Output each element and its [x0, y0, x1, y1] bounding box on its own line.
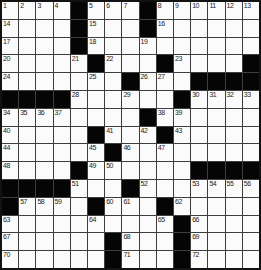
white-cell-r6c12[interactable]: 30 [191, 91, 207, 108]
white-cell-r9c8[interactable]: 46 [122, 144, 138, 161]
white-cell-r1c6[interactable]: 5 [88, 2, 104, 19]
clue-number: 7 [123, 2, 126, 10]
white-cell-r6c8[interactable]: 29 [122, 91, 138, 108]
clue-number: 43 [175, 127, 182, 135]
white-cell-r12c7[interactable]: 60 [105, 198, 121, 215]
clue-number: 25 [89, 73, 96, 81]
white-cell-r2c14[interactable] [226, 20, 242, 37]
black-cell-r9c7 [105, 144, 121, 161]
black-cell-r10c12 [191, 162, 207, 179]
white-cell-r4c7[interactable]: 22 [105, 55, 121, 72]
white-cell-r13c3[interactable] [36, 216, 52, 233]
white-cell-r8c9[interactable]: 42 [140, 127, 156, 144]
white-cell-r4c8[interactable] [122, 55, 138, 72]
clue-number: 48 [3, 162, 10, 170]
clue-number: 10 [192, 2, 199, 10]
clue-number: 46 [123, 144, 130, 152]
white-cell-r14c13[interactable] [208, 233, 224, 250]
white-cell-r13c2[interactable] [19, 216, 35, 233]
white-cell-r6c10[interactable] [157, 91, 173, 108]
clue-number: 26 [141, 73, 148, 81]
white-cell-r10c11[interactable] [174, 162, 190, 179]
white-cell-r11c14[interactable]: 55 [226, 180, 242, 197]
white-cell-r13c4[interactable] [54, 216, 70, 233]
white-cell-r9c9[interactable] [140, 144, 156, 161]
white-cell-r13c15[interactable] [243, 216, 259, 233]
white-cell-r8c11[interactable]: 43 [174, 127, 190, 144]
white-cell-r15c14[interactable] [226, 251, 242, 268]
white-cell-r4c4[interactable] [54, 55, 70, 72]
white-cell-r1c8[interactable]: 7 [122, 2, 138, 19]
clue-number: 30 [192, 91, 199, 99]
clue-number: 16 [158, 20, 165, 28]
white-cell-r7c2[interactable]: 35 [19, 109, 35, 126]
black-cell-r6c3 [36, 91, 52, 108]
white-cell-r9c5[interactable] [71, 144, 87, 161]
white-cell-r11c6[interactable] [88, 180, 104, 197]
clue-number: 19 [141, 38, 148, 46]
white-cell-r3c4[interactable] [54, 38, 70, 55]
clue-number: 11 [209, 2, 215, 10]
white-cell-r9c13[interactable] [208, 144, 224, 161]
white-cell-r8c8[interactable] [122, 127, 138, 144]
black-cell-r6c1 [2, 91, 18, 108]
white-cell-r13c7[interactable] [105, 216, 121, 233]
white-cell-r9c6[interactable]: 45 [88, 144, 104, 161]
clue-number: 38 [158, 109, 165, 117]
white-cell-r5c9[interactable]: 26 [140, 73, 156, 90]
clue-number: 69 [192, 233, 199, 241]
white-cell-r7c10[interactable]: 38 [157, 109, 173, 126]
white-cell-r3c9[interactable]: 19 [140, 38, 156, 55]
white-cell-r12c15[interactable] [243, 198, 259, 215]
black-cell-r1c5 [71, 2, 87, 19]
clue-number: 57 [20, 198, 27, 206]
white-cell-r1c12[interactable]: 10 [191, 2, 207, 19]
white-cell-r1c4[interactable]: 4 [54, 2, 70, 19]
white-cell-r1c7[interactable]: 6 [105, 2, 121, 19]
clue-number: 71 [123, 251, 130, 259]
clue-number: 20 [3, 55, 10, 63]
clue-number: 62 [175, 198, 182, 206]
clue-number: 59 [55, 198, 62, 206]
black-cell-r5c15 [243, 73, 259, 90]
clue-number: 72 [192, 251, 199, 259]
clue-number: 4 [55, 2, 58, 10]
white-cell-r11c7[interactable] [105, 180, 121, 197]
white-cell-r8c3[interactable] [36, 127, 52, 144]
black-cell-r5c13 [208, 73, 224, 90]
white-cell-r5c1[interactable]: 24 [2, 73, 18, 90]
white-cell-r8c4[interactable] [54, 127, 70, 144]
black-cell-r5c14 [226, 73, 242, 90]
white-cell-r2c11[interactable] [174, 20, 190, 37]
black-cell-r14c11 [174, 233, 190, 250]
white-cell-r4c2[interactable] [19, 55, 35, 72]
white-cell-r11c9[interactable]: 52 [140, 180, 156, 197]
white-cell-r1c1[interactable]: 1 [2, 2, 18, 19]
clue-number: 53 [192, 180, 199, 188]
black-cell-r2c5 [71, 20, 87, 37]
white-cell-r7c12[interactable] [191, 109, 207, 126]
white-cell-r12c13[interactable] [208, 198, 224, 215]
clue-number: 22 [106, 55, 113, 63]
clue-number: 65 [158, 216, 165, 224]
white-cell-r14c12[interactable]: 69 [191, 233, 207, 250]
white-cell-r6c13[interactable]: 31 [208, 91, 224, 108]
white-cell-r3c14[interactable] [226, 38, 242, 55]
clue-number: 29 [123, 91, 130, 99]
white-cell-r3c7[interactable] [105, 38, 121, 55]
black-cell-r4c6 [88, 55, 104, 72]
white-cell-r4c11[interactable]: 23 [174, 55, 190, 72]
black-cell-r13c11 [174, 216, 190, 233]
white-cell-r13c14[interactable] [226, 216, 242, 233]
clue-number: 36 [37, 109, 44, 117]
white-cell-r12c2[interactable]: 57 [19, 198, 35, 215]
white-cell-r1c3[interactable]: 3 [36, 2, 52, 19]
white-cell-r1c2[interactable]: 2 [19, 2, 35, 19]
white-cell-r7c7[interactable] [105, 109, 121, 126]
white-cell-r9c1[interactable]: 44 [2, 144, 18, 161]
white-cell-r14c15[interactable] [243, 233, 259, 250]
white-cell-r12c9[interactable] [140, 198, 156, 215]
white-cell-r10c9[interactable] [140, 162, 156, 179]
white-cell-r9c3[interactable] [36, 144, 52, 161]
clue-number: 67 [3, 233, 10, 241]
white-cell-r5c6[interactable]: 25 [88, 73, 104, 90]
clue-number: 8 [158, 2, 161, 10]
clue-number: 60 [106, 198, 113, 206]
white-cell-r8c15[interactable] [243, 127, 259, 144]
white-cell-r4c1[interactable]: 20 [2, 55, 18, 72]
white-cell-r11c15[interactable]: 56 [243, 180, 259, 197]
black-cell-r11c3 [36, 180, 52, 197]
clue-number: 55 [227, 180, 234, 188]
white-cell-r2c1[interactable]: 14 [2, 20, 18, 37]
white-cell-r9c10[interactable]: 47 [157, 144, 173, 161]
black-cell-r10c15 [243, 162, 259, 179]
white-cell-r7c13[interactable] [208, 109, 224, 126]
white-cell-r7c14[interactable] [226, 109, 242, 126]
white-cell-r12c11[interactable]: 62 [174, 198, 190, 215]
white-cell-r4c5[interactable]: 21 [71, 55, 87, 72]
white-cell-r10c2[interactable] [19, 162, 35, 179]
black-cell-r15c11 [174, 251, 190, 268]
clue-number: 21 [72, 55, 79, 63]
white-cell-r10c7[interactable]: 50 [105, 162, 121, 179]
clue-number: 31 [209, 91, 216, 99]
white-cell-r12c3[interactable]: 58 [36, 198, 52, 215]
clue-number: 23 [175, 55, 182, 63]
white-cell-r7c5[interactable] [71, 109, 87, 126]
white-cell-r9c14[interactable] [226, 144, 242, 161]
clue-number: 28 [72, 91, 79, 99]
black-cell-r4c10 [157, 55, 173, 72]
white-cell-r8c2[interactable] [19, 127, 35, 144]
black-cell-r1c9 [140, 2, 156, 19]
white-cell-r2c7[interactable] [105, 20, 121, 37]
white-cell-r2c6[interactable]: 15 [88, 20, 104, 37]
clue-number: 15 [89, 20, 96, 28]
white-cell-r10c10[interactable] [157, 162, 173, 179]
white-cell-r11c13[interactable]: 54 [208, 180, 224, 197]
white-cell-r7c11[interactable]: 39 [174, 109, 190, 126]
white-cell-r7c6[interactable] [88, 109, 104, 126]
white-cell-r10c8[interactable] [122, 162, 138, 179]
clue-number: 33 [244, 91, 251, 99]
white-cell-r14c4[interactable] [54, 233, 70, 250]
clue-number: 68 [123, 233, 130, 241]
black-cell-r12c10 [157, 198, 173, 215]
clue-number: 17 [3, 38, 10, 46]
white-cell-r14c10[interactable] [157, 233, 173, 250]
white-cell-r13c1[interactable]: 63 [2, 216, 18, 233]
black-cell-r11c8 [122, 180, 138, 197]
white-cell-r10c1[interactable]: 48 [2, 162, 18, 179]
white-cell-r14c14[interactable] [226, 233, 242, 250]
white-cell-r15c9[interactable] [140, 251, 156, 268]
white-cell-r15c3[interactable] [36, 251, 52, 268]
white-cell-r15c12[interactable]: 72 [191, 251, 207, 268]
white-cell-r8c13[interactable] [208, 127, 224, 144]
clue-number: 47 [158, 144, 165, 152]
white-cell-r1c15[interactable]: 13 [243, 2, 259, 19]
white-cell-r6c15[interactable]: 33 [243, 91, 259, 108]
white-cell-r8c5[interactable] [71, 127, 87, 144]
clue-number: 44 [3, 144, 10, 152]
black-cell-r12c6 [88, 198, 104, 215]
black-cell-r6c11 [174, 91, 190, 108]
black-cell-r3c5 [71, 38, 87, 55]
white-cell-r6c14[interactable]: 32 [226, 91, 242, 108]
black-cell-r8c10 [157, 127, 173, 144]
white-cell-r5c10[interactable]: 27 [157, 73, 173, 90]
white-cell-r15c2[interactable] [19, 251, 35, 268]
clue-number: 5 [89, 2, 92, 10]
white-cell-r14c8[interactable]: 68 [122, 233, 138, 250]
white-cell-r15c6[interactable] [88, 251, 104, 268]
white-cell-r9c2[interactable] [19, 144, 35, 161]
white-cell-r4c13[interactable] [208, 55, 224, 72]
black-cell-r15c7 [105, 251, 121, 268]
white-cell-r15c5[interactable] [71, 251, 87, 268]
white-cell-r3c6[interactable]: 18 [88, 38, 104, 55]
white-cell-r5c5[interactable] [71, 73, 87, 90]
black-cell-r2c9 [140, 20, 156, 37]
clue-number: 40 [3, 127, 10, 135]
white-cell-r11c12[interactable]: 53 [191, 180, 207, 197]
white-cell-r2c3[interactable] [36, 20, 52, 37]
white-cell-r4c3[interactable] [36, 55, 52, 72]
clue-number: 41 [106, 127, 113, 135]
clue-number: 42 [141, 127, 148, 135]
white-cell-r14c2[interactable] [19, 233, 35, 250]
black-cell-r5c12 [191, 73, 207, 90]
clue-number: 27 [158, 73, 165, 81]
clue-number: 1 [3, 2, 6, 10]
white-cell-r2c10[interactable]: 16 [157, 20, 173, 37]
clue-number: 50 [106, 162, 113, 170]
white-cell-r13c12[interactable]: 66 [191, 216, 207, 233]
white-cell-r15c10[interactable] [157, 251, 173, 268]
white-cell-r10c6[interactable]: 49 [88, 162, 104, 179]
white-cell-r13c6[interactable]: 64 [88, 216, 104, 233]
white-cell-r5c4[interactable] [54, 73, 70, 90]
white-cell-r11c5[interactable]: 51 [71, 180, 87, 197]
clue-number: 32 [227, 91, 234, 99]
clue-number: 6 [106, 2, 109, 10]
white-cell-r1c11[interactable]: 9 [174, 2, 190, 19]
black-cell-r4c15 [243, 55, 259, 72]
clue-number: 34 [3, 109, 10, 117]
white-cell-r6c5[interactable]: 28 [71, 91, 87, 108]
black-cell-r11c2 [19, 180, 35, 197]
clue-number: 64 [89, 216, 96, 224]
white-cell-r7c15[interactable] [243, 109, 259, 126]
clue-number: 14 [3, 20, 10, 28]
black-cell-r10c14 [226, 162, 242, 179]
black-cell-r5c8 [122, 73, 138, 90]
clue-number: 3 [37, 2, 40, 10]
white-cell-r2c13[interactable] [208, 20, 224, 37]
white-cell-r4c12[interactable] [191, 55, 207, 72]
white-cell-r13c10[interactable]: 65 [157, 216, 173, 233]
white-cell-r2c2[interactable] [19, 20, 35, 37]
black-cell-r6c2 [19, 91, 35, 108]
white-cell-r13c9[interactable] [140, 216, 156, 233]
white-cell-r9c15[interactable] [243, 144, 259, 161]
white-cell-r3c12[interactable] [191, 38, 207, 55]
white-cell-r4c14[interactable] [226, 55, 242, 72]
clue-number: 13 [244, 2, 251, 10]
black-cell-r11c4 [54, 180, 70, 197]
white-cell-r5c7[interactable] [105, 73, 121, 90]
white-cell-r12c5[interactable] [71, 198, 87, 215]
white-cell-r4c9[interactable] [140, 55, 156, 72]
white-cell-r15c13[interactable] [208, 251, 224, 268]
clue-number: 54 [209, 180, 216, 188]
white-cell-r3c13[interactable] [208, 38, 224, 55]
white-cell-r14c3[interactable] [36, 233, 52, 250]
white-cell-r9c12[interactable] [191, 144, 207, 161]
white-cell-r9c4[interactable] [54, 144, 70, 161]
white-cell-r14c5[interactable] [71, 233, 87, 250]
clue-number: 12 [227, 2, 234, 10]
white-cell-r7c1[interactable]: 34 [2, 109, 18, 126]
black-cell-r7c9 [140, 109, 156, 126]
white-cell-r2c12[interactable] [191, 20, 207, 37]
white-cell-r14c9[interactable] [140, 233, 156, 250]
white-cell-r3c11[interactable] [174, 38, 190, 55]
white-cell-r3c8[interactable] [122, 38, 138, 55]
black-cell-r10c13 [208, 162, 224, 179]
white-cell-r14c6[interactable] [88, 233, 104, 250]
clue-number: 18 [89, 38, 96, 46]
white-cell-r2c4[interactable] [54, 20, 70, 37]
white-cell-r7c4[interactable]: 37 [54, 109, 70, 126]
clue-number: 39 [175, 109, 182, 117]
white-cell-r15c8[interactable]: 71 [122, 251, 138, 268]
white-cell-r9c11[interactable] [174, 144, 190, 161]
black-cell-r12c1 [2, 198, 18, 215]
clue-number: 45 [89, 144, 96, 152]
white-cell-r5c2[interactable] [19, 73, 35, 90]
white-cell-r15c15[interactable] [243, 251, 259, 268]
clue-number: 2 [20, 2, 23, 10]
white-cell-r12c8[interactable]: 61 [122, 198, 138, 215]
black-cell-r8c6 [88, 127, 104, 144]
white-cell-r13c13[interactable] [208, 216, 224, 233]
clue-number: 61 [123, 198, 130, 206]
white-cell-r6c6[interactable] [88, 91, 104, 108]
white-cell-r13c5[interactable] [71, 216, 87, 233]
white-cell-r8c1[interactable]: 40 [2, 127, 18, 144]
white-cell-r1c10[interactable]: 8 [157, 2, 173, 19]
white-cell-r11c10[interactable] [157, 180, 173, 197]
black-cell-r6c4 [54, 91, 70, 108]
white-cell-r3c1[interactable]: 17 [2, 38, 18, 55]
white-cell-r15c4[interactable] [54, 251, 70, 268]
white-cell-r8c14[interactable] [226, 127, 242, 144]
white-cell-r3c10[interactable] [157, 38, 173, 55]
white-cell-r14c1[interactable]: 67 [2, 233, 18, 250]
clue-number: 49 [89, 162, 96, 170]
white-cell-r5c11[interactable] [174, 73, 190, 90]
clue-number: 56 [244, 180, 251, 188]
white-cell-r8c7[interactable]: 41 [105, 127, 121, 144]
white-cell-r6c9[interactable] [140, 91, 156, 108]
clue-number: 9 [175, 2, 178, 10]
white-cell-r10c3[interactable] [36, 162, 52, 179]
clue-number: 35 [20, 109, 27, 117]
clue-number: 37 [55, 109, 62, 117]
white-cell-r8c12[interactable] [191, 127, 207, 144]
white-cell-r3c2[interactable] [19, 38, 35, 55]
white-cell-r15c1[interactable]: 70 [2, 251, 18, 268]
black-cell-r14c7 [105, 233, 121, 250]
white-cell-r7c3[interactable]: 36 [36, 109, 52, 126]
white-cell-r1c13[interactable]: 11 [208, 2, 224, 19]
clue-number: 52 [141, 180, 148, 188]
clue-number: 70 [3, 251, 10, 259]
clue-number: 51 [72, 180, 79, 188]
clue-number: 58 [37, 198, 44, 206]
clue-number: 63 [3, 216, 10, 224]
black-cell-r10c5 [71, 162, 87, 179]
black-cell-r11c1 [2, 180, 18, 197]
white-cell-r12c4[interactable]: 59 [54, 198, 70, 215]
white-cell-r3c15[interactable] [243, 38, 259, 55]
white-cell-r2c15[interactable] [243, 20, 259, 37]
white-cell-r12c12[interactable] [191, 198, 207, 215]
clue-number: 66 [192, 216, 199, 224]
white-cell-r2c8[interactable] [122, 20, 138, 37]
white-cell-r12c14[interactable] [226, 198, 242, 215]
white-cell-r1c14[interactable]: 12 [226, 2, 242, 19]
white-cell-r5c3[interactable] [36, 73, 52, 90]
white-cell-r3c3[interactable] [36, 38, 52, 55]
white-cell-r13c8[interactable] [122, 216, 138, 233]
crossword-grid: 1234567891011121314151617181920212223242… [0, 0, 261, 270]
white-cell-r7c8[interactable] [122, 109, 138, 126]
clue-number: 24 [3, 73, 10, 81]
white-cell-r6c7[interactable] [105, 91, 121, 108]
white-cell-r11c11[interactable] [174, 180, 190, 197]
white-cell-r10c4[interactable] [54, 162, 70, 179]
